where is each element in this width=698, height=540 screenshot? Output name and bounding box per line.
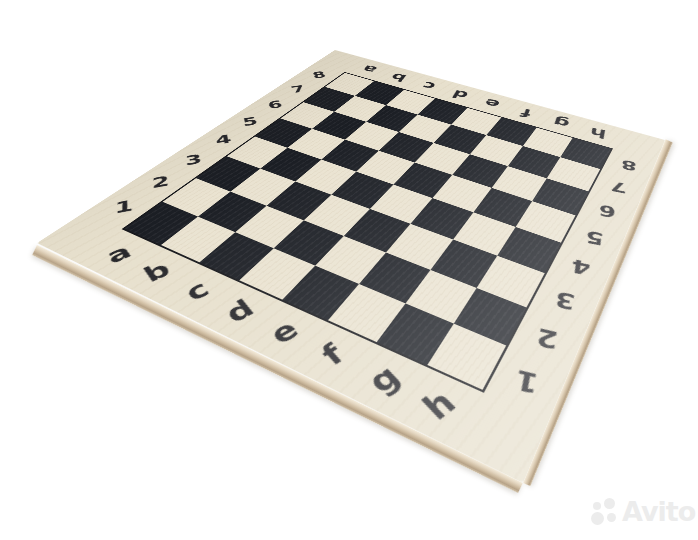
avito-watermark: Avito bbox=[590, 496, 695, 527]
avito-logo-icon bbox=[590, 497, 619, 527]
product-photo: aabbccddeeffgghh1122334455667788 Avito bbox=[0, 0, 698, 540]
watermark-text: Avito bbox=[622, 496, 695, 527]
chess-board: aabbccddeeffgghh1122334455667788 bbox=[37, 50, 665, 483]
rank-label-right-2: 2 bbox=[518, 313, 576, 364]
rank-label-right-1: 1 bbox=[495, 353, 558, 412]
